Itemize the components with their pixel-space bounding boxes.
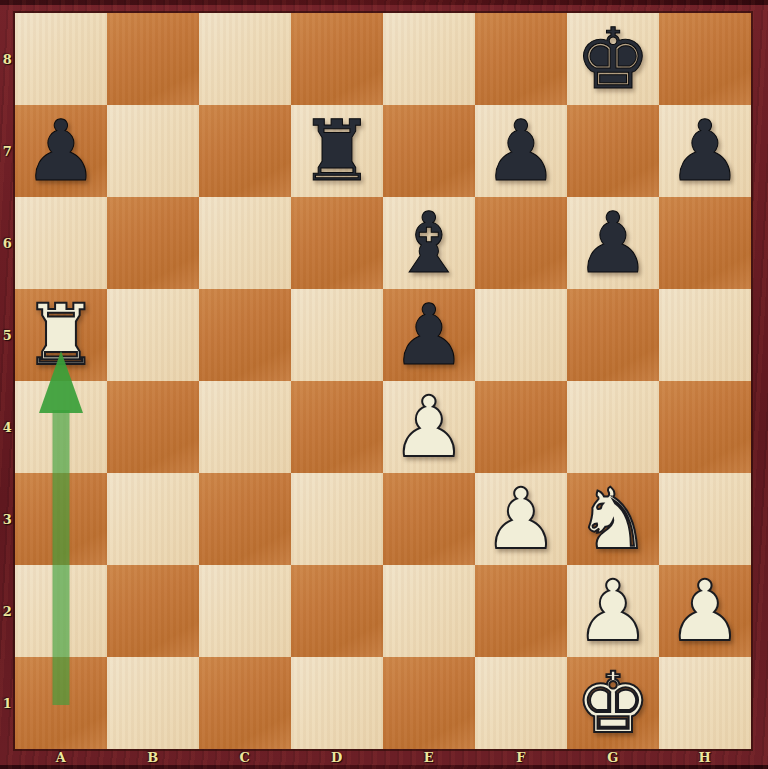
square-f7[interactable]: ♟ bbox=[475, 105, 567, 197]
file-label-A: A bbox=[15, 747, 107, 767]
rank-label-1: 1 bbox=[0, 657, 15, 749]
file-label-D: D bbox=[291, 747, 383, 767]
rank-label-6: 6 bbox=[0, 197, 15, 289]
white-pawn-e4[interactable]: ♟ bbox=[391, 381, 466, 473]
chess-board: ♚♟♜♟♟♝♟♜♟♟♟♞♟♟♚ bbox=[15, 13, 751, 749]
square-e8[interactable] bbox=[383, 13, 475, 105]
square-b7[interactable] bbox=[107, 105, 199, 197]
file-label-H: H bbox=[659, 747, 751, 767]
rank-label-3: 3 bbox=[0, 473, 15, 565]
square-b8[interactable] bbox=[107, 13, 199, 105]
square-a7[interactable]: ♟ bbox=[15, 105, 107, 197]
black-pawn-e5[interactable]: ♟ bbox=[391, 289, 466, 381]
square-a8[interactable] bbox=[15, 13, 107, 105]
black-pawn-g6[interactable]: ♟ bbox=[575, 197, 650, 289]
square-f6[interactable] bbox=[475, 197, 567, 289]
square-g1[interactable]: ♚ bbox=[567, 657, 659, 749]
square-f2[interactable] bbox=[475, 565, 567, 657]
square-g7[interactable] bbox=[567, 105, 659, 197]
frame-top-strip bbox=[0, 0, 768, 5]
square-h1[interactable] bbox=[659, 657, 751, 749]
white-rook-a5[interactable]: ♜ bbox=[23, 289, 98, 381]
rank-label-5: 5 bbox=[0, 289, 15, 381]
black-pawn-f7[interactable]: ♟ bbox=[483, 105, 558, 197]
square-c2[interactable] bbox=[199, 565, 291, 657]
square-b1[interactable] bbox=[107, 657, 199, 749]
square-c3[interactable] bbox=[199, 473, 291, 565]
square-c6[interactable] bbox=[199, 197, 291, 289]
square-c4[interactable] bbox=[199, 381, 291, 473]
square-e4[interactable]: ♟ bbox=[383, 381, 475, 473]
square-c8[interactable] bbox=[199, 13, 291, 105]
square-a4[interactable] bbox=[15, 381, 107, 473]
square-f4[interactable] bbox=[475, 381, 567, 473]
square-g4[interactable] bbox=[567, 381, 659, 473]
square-b6[interactable] bbox=[107, 197, 199, 289]
square-d3[interactable] bbox=[291, 473, 383, 565]
square-g2[interactable]: ♟ bbox=[567, 565, 659, 657]
square-h2[interactable]: ♟ bbox=[659, 565, 751, 657]
square-h5[interactable] bbox=[659, 289, 751, 381]
black-bishop-e6[interactable]: ♝ bbox=[391, 197, 466, 289]
rank-label-4: 4 bbox=[0, 381, 15, 473]
square-f3[interactable]: ♟ bbox=[475, 473, 567, 565]
white-knight-g3[interactable]: ♞ bbox=[575, 473, 650, 565]
white-pawn-f3[interactable]: ♟ bbox=[483, 473, 558, 565]
square-d5[interactable] bbox=[291, 289, 383, 381]
file-label-E: E bbox=[383, 747, 475, 767]
square-a3[interactable] bbox=[15, 473, 107, 565]
square-b3[interactable] bbox=[107, 473, 199, 565]
square-d7[interactable]: ♜ bbox=[291, 105, 383, 197]
black-rook-d7[interactable]: ♜ bbox=[299, 105, 374, 197]
square-a1[interactable] bbox=[15, 657, 107, 749]
square-a2[interactable] bbox=[15, 565, 107, 657]
square-g6[interactable]: ♟ bbox=[567, 197, 659, 289]
square-a6[interactable] bbox=[15, 197, 107, 289]
square-c7[interactable] bbox=[199, 105, 291, 197]
white-king-g1[interactable]: ♚ bbox=[575, 657, 650, 749]
square-f1[interactable] bbox=[475, 657, 567, 749]
square-h6[interactable] bbox=[659, 197, 751, 289]
black-pawn-h7[interactable]: ♟ bbox=[667, 105, 742, 197]
square-h4[interactable] bbox=[659, 381, 751, 473]
square-d1[interactable] bbox=[291, 657, 383, 749]
file-label-B: B bbox=[107, 747, 199, 767]
square-d2[interactable] bbox=[291, 565, 383, 657]
square-b2[interactable] bbox=[107, 565, 199, 657]
square-e2[interactable] bbox=[383, 565, 475, 657]
chess-app-window: ♚♟♜♟♟♝♟♜♟♟♟♞♟♟♚ 87654321ABCDEFGH bbox=[0, 0, 768, 769]
square-d8[interactable] bbox=[291, 13, 383, 105]
file-label-C: C bbox=[199, 747, 291, 767]
square-d6[interactable] bbox=[291, 197, 383, 289]
black-king-g8[interactable]: ♚ bbox=[575, 13, 650, 105]
file-label-F: F bbox=[475, 747, 567, 767]
square-e6[interactable]: ♝ bbox=[383, 197, 475, 289]
square-e3[interactable] bbox=[383, 473, 475, 565]
square-h3[interactable] bbox=[659, 473, 751, 565]
square-e5[interactable]: ♟ bbox=[383, 289, 475, 381]
square-d4[interactable] bbox=[291, 381, 383, 473]
square-g3[interactable]: ♞ bbox=[567, 473, 659, 565]
rank-label-7: 7 bbox=[0, 105, 15, 197]
square-b4[interactable] bbox=[107, 381, 199, 473]
square-c5[interactable] bbox=[199, 289, 291, 381]
rank-label-8: 8 bbox=[0, 13, 15, 105]
square-h7[interactable]: ♟ bbox=[659, 105, 751, 197]
white-pawn-h2[interactable]: ♟ bbox=[667, 565, 742, 657]
white-pawn-g2[interactable]: ♟ bbox=[575, 565, 650, 657]
rank-label-2: 2 bbox=[0, 565, 15, 657]
square-h8[interactable] bbox=[659, 13, 751, 105]
square-g5[interactable] bbox=[567, 289, 659, 381]
square-e7[interactable] bbox=[383, 105, 475, 197]
square-f5[interactable] bbox=[475, 289, 567, 381]
square-a5[interactable]: ♜ bbox=[15, 289, 107, 381]
square-f8[interactable] bbox=[475, 13, 567, 105]
square-e1[interactable] bbox=[383, 657, 475, 749]
black-pawn-a7[interactable]: ♟ bbox=[23, 105, 98, 197]
square-b5[interactable] bbox=[107, 289, 199, 381]
square-g8[interactable]: ♚ bbox=[567, 13, 659, 105]
square-c1[interactable] bbox=[199, 657, 291, 749]
